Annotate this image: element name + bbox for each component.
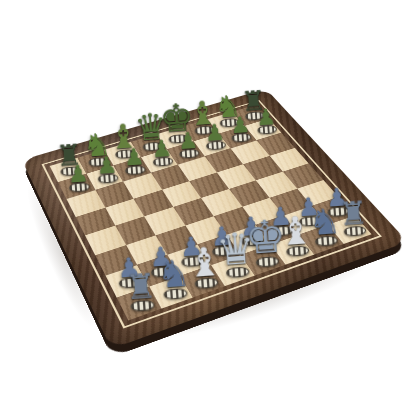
piece-base — [152, 157, 173, 167]
piece-black-pawn: ♟ — [119, 146, 150, 176]
piece-base — [231, 133, 251, 143]
camera-tilt: ♜♞♝♛♚♝♞♜♟♟♟♟♟♟♟♟♟♟♟♟♟♟♟♟♜♞♝♛♚♝♞♜ — [0, 0, 416, 416]
piece-base — [97, 174, 118, 184]
piece-white-rook: ♜ — [123, 270, 161, 312]
piece-base — [130, 300, 155, 312]
white-knight-glyph: ♞ — [155, 256, 191, 293]
piece-black-pawn: ♟ — [146, 137, 177, 167]
piece-base — [225, 267, 249, 279]
piece-white-knight: ♞ — [155, 256, 192, 301]
piece-black-pawn: ♟ — [199, 122, 229, 151]
piece-black-pawn: ♟ — [225, 114, 255, 143]
piece-base — [343, 226, 366, 237]
piece-base — [257, 125, 277, 135]
white-rook-glyph: ♜ — [125, 270, 158, 304]
piece-black-pawn: ♟ — [251, 106, 281, 135]
piece-base — [255, 256, 279, 267]
piece-black-pawn: ♟ — [62, 162, 94, 193]
piece-base — [205, 141, 225, 151]
piece-base — [179, 149, 199, 159]
chess-board: ♜♞♝♛♚♝♞♜♟♟♟♟♟♟♟♟♟♟♟♟♟♟♟♟♜♞♝♛♚♝♞♜ — [22, 89, 408, 349]
piece-black-pawn: ♟ — [91, 154, 123, 184]
piece-base — [194, 277, 218, 289]
piece-white-bishop: ♝ — [186, 243, 223, 289]
photo-stage: ♜♞♝♛♚♝♞♜♟♟♟♟♟♟♟♟♟♟♟♟♟♟♟♟♜♞♝♛♚♝♞♜ — [0, 0, 416, 416]
white-rook-glyph: ♜ — [338, 198, 369, 229]
piece-black-pawn: ♟ — [173, 129, 204, 158]
board-field: ♜♞♝♛♚♝♞♜♟♟♟♟♟♟♟♟♟♟♟♟♟♟♟♟♜♞♝♛♚♝♞♜ — [50, 105, 372, 321]
piece-base — [285, 246, 308, 257]
white-bishop-glyph: ♝ — [186, 243, 224, 281]
piece-base — [125, 165, 146, 175]
piece-base — [314, 236, 337, 247]
scene: ♜♞♝♛♚♝♞♜♟♟♟♟♟♟♟♟♟♟♟♟♟♟♟♟♜♞♝♛♚♝♞♜ — [0, 0, 416, 416]
piece-base — [68, 182, 89, 192]
square-a1: ♜ — [117, 286, 161, 320]
piece-base — [162, 288, 186, 300]
